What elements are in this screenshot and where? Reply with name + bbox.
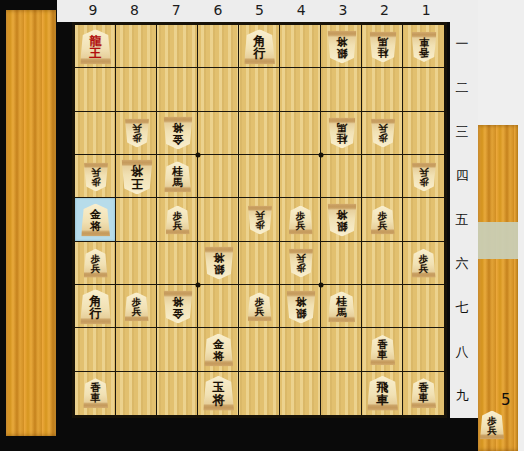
piece-gote-歩兵-1d[interactable]: 歩兵 <box>412 162 436 191</box>
square-3f[interactable] <box>321 242 362 285</box>
square-1c[interactable] <box>403 112 444 155</box>
file-label-8: 8 <box>114 0 156 22</box>
square-6b[interactable] <box>198 68 239 111</box>
square-1b[interactable] <box>403 68 444 111</box>
file-label-6: 6 <box>197 0 239 22</box>
piece-sente-歩兵-5g[interactable]: 歩兵 <box>248 292 272 321</box>
square-6a[interactable] <box>198 25 239 68</box>
square-6d[interactable] <box>198 155 239 198</box>
square-7a[interactable] <box>157 25 198 68</box>
square-1h[interactable] <box>403 328 444 371</box>
square-3b[interactable] <box>321 68 362 111</box>
square-2g[interactable] <box>362 285 403 328</box>
square-4a[interactable] <box>280 25 321 68</box>
piece-sente-飛車-2i[interactable]: 飛車 <box>367 376 398 411</box>
square-6c[interactable] <box>198 112 239 155</box>
hoshi-dot <box>319 152 324 157</box>
square-2b[interactable] <box>362 68 403 111</box>
rank-label-2: 二 <box>450 66 474 110</box>
file-label-4: 4 <box>280 0 322 22</box>
square-6g[interactable] <box>198 285 239 328</box>
piece-sente-桂馬-3g[interactable]: 桂馬 <box>328 291 355 322</box>
piece-sente-桂馬-7d[interactable]: 桂馬 <box>164 161 191 192</box>
square-8a[interactable] <box>116 25 157 68</box>
piece-sente-金将-9e[interactable]: 金将 <box>81 204 110 237</box>
file-label-5: 5 <box>239 0 281 22</box>
rank-label-6: 六 <box>450 242 474 286</box>
square-4i[interactable] <box>280 372 321 415</box>
rank-label-8: 八 <box>450 330 474 374</box>
rank-label-7: 七 <box>450 286 474 330</box>
piece-gote-歩兵-9d[interactable]: 歩兵 <box>84 162 108 191</box>
piece-sente-歩兵-1f[interactable]: 歩兵 <box>412 249 436 278</box>
rank-label-9: 九 <box>450 374 474 418</box>
piece-sente-角行-9g[interactable]: 角行 <box>80 289 111 324</box>
hoshi-dot <box>195 152 200 157</box>
piece-sente-歩兵-7e[interactable]: 歩兵 <box>166 206 190 235</box>
square-5b[interactable] <box>239 68 280 111</box>
file-label-1: 1 <box>405 0 447 22</box>
square-5d[interactable] <box>239 155 280 198</box>
piece-sente-歩兵-4e[interactable]: 歩兵 <box>289 206 313 235</box>
rank-label-5: 五 <box>450 198 474 242</box>
square-7b[interactable] <box>157 68 198 111</box>
square-5h[interactable] <box>239 328 280 371</box>
square-6e[interactable] <box>198 198 239 241</box>
square-7f[interactable] <box>157 242 198 285</box>
hoshi-dot <box>195 283 200 288</box>
square-1e[interactable] <box>403 198 444 241</box>
piece-gote-王将-8d[interactable]: 王将 <box>121 159 152 194</box>
piece-sente-歩兵-2e[interactable]: 歩兵 <box>371 206 395 235</box>
square-5i[interactable] <box>239 372 280 415</box>
square-9b[interactable] <box>75 68 116 111</box>
rank-label-4: 四 <box>450 154 474 198</box>
piece-gote-桂馬-2a[interactable]: 桂馬 <box>369 31 396 62</box>
square-9c[interactable] <box>75 112 116 155</box>
file-label-7: 7 <box>155 0 197 22</box>
square-4b[interactable] <box>280 68 321 111</box>
square-2f[interactable] <box>362 242 403 285</box>
square-2d[interactable] <box>362 155 403 198</box>
piece-sente-金将-6h[interactable]: 金将 <box>204 334 233 367</box>
tray-shading <box>478 222 518 259</box>
square-8h[interactable] <box>116 328 157 371</box>
sente-hand-tray: 歩兵 5 <box>478 125 518 451</box>
square-4d[interactable] <box>280 155 321 198</box>
rank-labels: 一二三四五六七八九 <box>450 22 474 418</box>
square-5c[interactable] <box>239 112 280 155</box>
piece-sente-龍王-9a[interactable]: 龍王 <box>80 29 111 64</box>
hoshi-dot <box>319 283 324 288</box>
piece-gote-銀将-3a[interactable]: 銀将 <box>327 30 356 63</box>
piece-sente-歩兵-9f[interactable]: 歩兵 <box>84 249 108 278</box>
piece-sente-香車-2h[interactable]: 香車 <box>370 335 395 365</box>
piece-sente-玉将-6i[interactable]: 玉将 <box>203 376 234 411</box>
rank-label-1: 一 <box>450 22 474 66</box>
square-8b[interactable] <box>116 68 157 111</box>
file-labels: 987654321 <box>72 0 447 22</box>
piece-gote-金将-7g[interactable]: 金将 <box>163 290 192 323</box>
file-label-2: 2 <box>364 0 406 22</box>
square-7h[interactable] <box>157 328 198 371</box>
piece-sente-歩兵-8g[interactable]: 歩兵 <box>125 292 149 321</box>
rank-label-3: 三 <box>450 110 474 154</box>
shogi-board: 龍王角行銀将桂馬香車歩兵金将桂馬歩兵歩兵王将桂馬歩兵金将歩兵歩兵歩兵銀将歩兵歩兵… <box>72 22 447 418</box>
file-label-3: 3 <box>322 0 364 22</box>
square-3d[interactable] <box>321 155 362 198</box>
square-4c[interactable] <box>280 112 321 155</box>
square-8f[interactable] <box>116 242 157 285</box>
square-5f[interactable] <box>239 242 280 285</box>
square-9h[interactable] <box>75 328 116 371</box>
square-4h[interactable] <box>280 328 321 371</box>
piece-sente-香車-9i[interactable]: 香車 <box>83 378 108 408</box>
square-7i[interactable] <box>157 372 198 415</box>
gote-hand-tray <box>6 10 56 436</box>
square-8e[interactable] <box>116 198 157 241</box>
piece-sente-香車-1i[interactable]: 香車 <box>411 378 436 408</box>
file-label-9: 9 <box>72 0 114 22</box>
hand-piece-pawn[interactable]: 歩兵 <box>480 411 504 440</box>
piece-gote-香車-1a[interactable]: 香車 <box>411 32 436 62</box>
piece-sente-角行-5a[interactable]: 角行 <box>244 29 275 64</box>
square-3h[interactable] <box>321 328 362 371</box>
square-1g[interactable] <box>403 285 444 328</box>
hand-pawn-count: 5 <box>501 391 511 409</box>
shogi-app: { "game": "shogi", "position": { "sfen":… <box>0 0 524 451</box>
piece-gote-銀将-4g[interactable]: 銀将 <box>286 290 315 323</box>
square-3i[interactable] <box>321 372 362 415</box>
square-8i[interactable] <box>116 372 157 415</box>
